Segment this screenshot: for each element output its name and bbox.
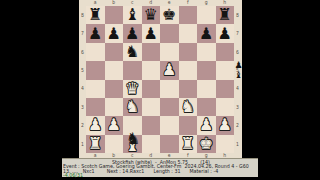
square-h4[interactable] <box>216 80 235 98</box>
square-f4[interactable] <box>179 80 198 98</box>
piece-black-pawn-b7[interactable]: ♟ <box>105 24 124 42</box>
square-g5[interactable] <box>197 61 216 79</box>
square-a6[interactable] <box>86 43 105 61</box>
rank-label-6: 6 <box>79 43 86 61</box>
rank-label-8: 8 <box>79 6 86 24</box>
square-b3[interactable] <box>105 98 124 116</box>
square-a5[interactable] <box>86 61 105 79</box>
square-d1[interactable] <box>142 135 161 153</box>
engine-eval-line: -4.06/31 <box>63 173 259 178</box>
rank-label-3: 3 <box>234 98 241 116</box>
square-b4[interactable] <box>105 80 124 98</box>
square-g7[interactable]: ♟ <box>197 24 216 42</box>
square-f5[interactable] <box>179 61 198 79</box>
square-g6[interactable] <box>197 43 216 61</box>
file-labels-top: abcdefgh <box>86 0 234 6</box>
piece-black-bishop-c8[interactable]: ♝ <box>123 6 142 24</box>
file-label-b: b <box>105 0 124 6</box>
square-g1[interactable]: ♚ <box>197 135 216 153</box>
square-b7[interactable]: ♟ <box>105 24 124 42</box>
piece-black-rook-h8[interactable]: ♜ <box>216 6 235 24</box>
piece-black-knight-c6[interactable]: ♞ <box>123 43 142 61</box>
rank-labels-left: 87654321 <box>79 6 86 153</box>
square-e5[interactable]: ♟ <box>160 61 179 79</box>
square-a3[interactable] <box>86 98 105 116</box>
square-e8[interactable]: ♚ <box>160 6 179 24</box>
square-d4[interactable] <box>142 80 161 98</box>
square-d8[interactable]: ♛ <box>142 6 161 24</box>
square-f7[interactable] <box>179 24 198 42</box>
chess-board-area: abcdefgh 87654321 ♜♝♛♚♜♟♟♟♟♟♟♞♟♛♞♞♟♟♟♟♜♝… <box>79 0 242 158</box>
rank-label-6: 6 <box>234 43 241 61</box>
square-h2[interactable]: ♟ <box>216 116 235 134</box>
square-b5[interactable] <box>105 61 124 79</box>
square-b6[interactable] <box>105 43 124 61</box>
square-h5[interactable] <box>216 61 235 79</box>
square-h7[interactable]: ♟ <box>216 24 235 42</box>
file-label-f: f <box>179 0 198 6</box>
square-f3[interactable]: ♞ <box>179 98 198 116</box>
square-h1[interactable] <box>216 135 235 153</box>
piece-black-pawn-c7[interactable]: ♟ <box>123 24 142 42</box>
square-c5[interactable] <box>123 61 142 79</box>
square-d3[interactable] <box>142 98 161 116</box>
square-h8[interactable]: ♜ <box>216 6 235 24</box>
captured-black-bishop-icon: ♝ <box>235 71 243 80</box>
square-d5[interactable] <box>142 61 161 79</box>
square-e4[interactable] <box>160 80 179 98</box>
square-d2[interactable] <box>142 116 161 134</box>
square-g4[interactable] <box>197 80 216 98</box>
square-a1[interactable]: ♜ <box>86 135 105 153</box>
rank-label-5: 5 <box>79 61 86 79</box>
square-c7[interactable]: ♟ <box>123 24 142 42</box>
square-b8[interactable] <box>105 6 124 24</box>
square-a2[interactable]: ♟ <box>86 116 105 134</box>
square-h6[interactable] <box>216 43 235 61</box>
rank-label-4: 4 <box>79 80 86 98</box>
square-e2[interactable] <box>160 116 179 134</box>
square-h3[interactable] <box>216 98 235 116</box>
rank-label-2: 2 <box>79 116 86 134</box>
game-info-panel: Stockfish (white) - AnMon 5.75 (14) Even… <box>62 158 258 177</box>
piece-white-knight-f3[interactable]: ♞ <box>179 98 198 116</box>
square-c4[interactable]: ♛ <box>123 80 142 98</box>
rank-label-1: 1 <box>234 135 241 153</box>
rank-label-3: 3 <box>79 98 86 116</box>
rank-label-4: 4 <box>234 80 241 98</box>
square-g3[interactable] <box>197 98 216 116</box>
square-e6[interactable] <box>160 43 179 61</box>
square-d6[interactable] <box>142 43 161 61</box>
piece-black-rook-a8[interactable]: ♜ <box>86 6 105 24</box>
square-e1[interactable] <box>160 135 179 153</box>
piece-black-pawn-h7[interactable]: ♟ <box>216 24 235 42</box>
video-frame: abcdefgh 87654321 ♜♝♛♚♜♟♟♟♟♟♟♞♟♛♞♞♟♟♟♟♜♝… <box>0 0 320 180</box>
square-g2[interactable]: ♟ <box>197 116 216 134</box>
piece-white-pawn-h2[interactable]: ♟ <box>216 116 235 134</box>
piece-black-queen-d8[interactable]: ♛ <box>142 6 161 24</box>
square-f2[interactable] <box>179 116 198 134</box>
square-c3[interactable]: ♞ <box>123 98 142 116</box>
piece-white-pawn-g2[interactable]: ♟ <box>197 116 216 134</box>
rank-label-7: 7 <box>234 24 241 42</box>
square-b1[interactable] <box>105 135 124 153</box>
square-c8[interactable]: ♝ <box>123 6 142 24</box>
square-e7[interactable] <box>160 24 179 42</box>
square-f6[interactable] <box>179 43 198 61</box>
file-label-g: g <box>197 0 216 6</box>
square-g8[interactable] <box>197 6 216 24</box>
piece-black-knight-capturing-c1[interactable]: ♞ <box>124 130 143 148</box>
square-d7[interactable]: ♟ <box>142 24 161 42</box>
rank-label-1: 1 <box>79 135 86 153</box>
piece-white-queen-c4[interactable]: ♛ <box>123 80 142 98</box>
square-f1[interactable]: ♜ <box>179 135 198 153</box>
piece-black-king-e8[interactable]: ♚ <box>160 6 179 24</box>
piece-black-pawn-g7[interactable]: ♟ <box>197 24 216 42</box>
square-a8[interactable]: ♜ <box>86 6 105 24</box>
piece-white-rook-a1[interactable]: ♜ <box>86 135 105 153</box>
square-e3[interactable] <box>160 98 179 116</box>
piece-black-pawn-d7[interactable]: ♟ <box>142 24 161 42</box>
captured-black-pawn-icon: ♟ <box>235 61 243 70</box>
square-b2[interactable]: ♟ <box>105 116 124 134</box>
rank-label-2: 2 <box>234 116 241 134</box>
square-a4[interactable] <box>86 80 105 98</box>
piece-white-rook-f1[interactable]: ♜ <box>179 135 198 153</box>
square-a7[interactable]: ♟ <box>86 24 105 42</box>
piece-white-knight-c3[interactable]: ♞ <box>123 98 142 116</box>
piece-black-pawn-a7[interactable]: ♟ <box>86 24 105 42</box>
rank-label-7: 7 <box>79 24 86 42</box>
square-f8[interactable] <box>179 6 198 24</box>
piece-white-pawn-b2[interactable]: ♟ <box>105 116 124 134</box>
rank-label-8: 8 <box>234 6 241 24</box>
piece-white-pawn-e5[interactable]: ♟ <box>160 61 179 79</box>
chess-board[interactable]: ♜♝♛♚♜♟♟♟♟♟♟♞♟♛♞♞♟♟♟♟♜♝♜♚♞ <box>86 6 234 153</box>
piece-white-pawn-a2[interactable]: ♟ <box>86 116 105 134</box>
piece-white-king-g1[interactable]: ♚ <box>197 135 216 153</box>
square-c6[interactable]: ♞ <box>123 43 142 61</box>
